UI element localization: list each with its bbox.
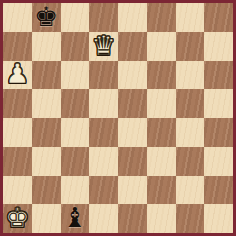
square-h1[interactable] bbox=[204, 204, 233, 233]
square-g7[interactable] bbox=[176, 32, 205, 61]
square-e3[interactable] bbox=[118, 147, 147, 176]
square-d6[interactable] bbox=[89, 61, 118, 90]
square-f1[interactable] bbox=[147, 204, 176, 233]
square-a5[interactable] bbox=[3, 89, 32, 118]
square-f3[interactable] bbox=[147, 147, 176, 176]
square-h4[interactable] bbox=[204, 118, 233, 147]
square-g5[interactable] bbox=[176, 89, 205, 118]
square-f6[interactable] bbox=[147, 61, 176, 90]
square-h2[interactable] bbox=[204, 176, 233, 205]
square-b2[interactable] bbox=[32, 176, 61, 205]
square-d8[interactable] bbox=[89, 3, 118, 32]
square-b7[interactable] bbox=[32, 32, 61, 61]
square-c8[interactable] bbox=[61, 3, 90, 32]
square-a8[interactable] bbox=[3, 3, 32, 32]
square-g4[interactable] bbox=[176, 118, 205, 147]
chess-board-frame: ♚♛♟♚♝ bbox=[0, 0, 236, 236]
square-f7[interactable] bbox=[147, 32, 176, 61]
square-f2[interactable] bbox=[147, 176, 176, 205]
square-c3[interactable] bbox=[61, 147, 90, 176]
square-d1[interactable] bbox=[89, 204, 118, 233]
square-a3[interactable] bbox=[3, 147, 32, 176]
square-e7[interactable] bbox=[118, 32, 147, 61]
square-e2[interactable] bbox=[118, 176, 147, 205]
square-h5[interactable] bbox=[204, 89, 233, 118]
white-pawn-a6[interactable]: ♟ bbox=[5, 61, 29, 88]
square-h7[interactable] bbox=[204, 32, 233, 61]
square-g2[interactable] bbox=[176, 176, 205, 205]
square-c1[interactable]: ♝ bbox=[61, 204, 90, 233]
square-d7[interactable]: ♛ bbox=[89, 32, 118, 61]
square-d3[interactable] bbox=[89, 147, 118, 176]
square-e8[interactable] bbox=[118, 3, 147, 32]
square-f5[interactable] bbox=[147, 89, 176, 118]
square-b6[interactable] bbox=[32, 61, 61, 90]
square-g3[interactable] bbox=[176, 147, 205, 176]
square-c5[interactable] bbox=[61, 89, 90, 118]
white-king-a1[interactable]: ♚ bbox=[5, 204, 29, 231]
square-g8[interactable] bbox=[176, 3, 205, 32]
square-g6[interactable] bbox=[176, 61, 205, 90]
square-c7[interactable] bbox=[61, 32, 90, 61]
square-h6[interactable] bbox=[204, 61, 233, 90]
square-e5[interactable] bbox=[118, 89, 147, 118]
square-b1[interactable] bbox=[32, 204, 61, 233]
square-a7[interactable] bbox=[3, 32, 32, 61]
square-e4[interactable] bbox=[118, 118, 147, 147]
square-a1[interactable]: ♚ bbox=[3, 204, 32, 233]
square-f8[interactable] bbox=[147, 3, 176, 32]
black-bishop-c1[interactable]: ♝ bbox=[63, 204, 87, 231]
square-d2[interactable] bbox=[89, 176, 118, 205]
square-c2[interactable] bbox=[61, 176, 90, 205]
square-g1[interactable] bbox=[176, 204, 205, 233]
square-h8[interactable] bbox=[204, 3, 233, 32]
black-king-b8[interactable]: ♚ bbox=[34, 3, 58, 30]
square-h3[interactable] bbox=[204, 147, 233, 176]
square-d4[interactable] bbox=[89, 118, 118, 147]
square-f4[interactable] bbox=[147, 118, 176, 147]
square-c4[interactable] bbox=[61, 118, 90, 147]
square-b5[interactable] bbox=[32, 89, 61, 118]
square-a6[interactable]: ♟ bbox=[3, 61, 32, 90]
square-a4[interactable] bbox=[3, 118, 32, 147]
square-e1[interactable] bbox=[118, 204, 147, 233]
white-queen-d7[interactable]: ♛ bbox=[92, 32, 116, 59]
square-b8[interactable]: ♚ bbox=[32, 3, 61, 32]
square-b4[interactable] bbox=[32, 118, 61, 147]
square-e6[interactable] bbox=[118, 61, 147, 90]
square-a2[interactable] bbox=[3, 176, 32, 205]
square-c6[interactable] bbox=[61, 61, 90, 90]
chess-board: ♚♛♟♚♝ bbox=[3, 3, 233, 233]
square-b3[interactable] bbox=[32, 147, 61, 176]
square-d5[interactable] bbox=[89, 89, 118, 118]
